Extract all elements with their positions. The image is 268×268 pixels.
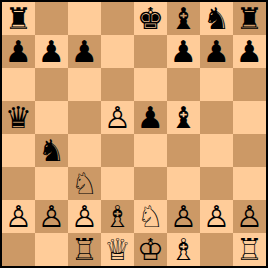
square-e8[interactable]: ♚ bbox=[134, 2, 167, 35]
piece-white-pawn[interactable]: ♙ bbox=[236, 200, 263, 233]
piece-black-rook[interactable]: ♜ bbox=[236, 2, 263, 35]
piece-white-rook[interactable]: ♖ bbox=[71, 233, 98, 266]
square-h7[interactable]: ♟ bbox=[233, 35, 266, 68]
piece-white-pawn[interactable]: ♙ bbox=[71, 200, 98, 233]
square-h3[interactable] bbox=[233, 167, 266, 200]
square-a5[interactable]: ♛ bbox=[2, 101, 35, 134]
square-b3[interactable] bbox=[35, 167, 68, 200]
piece-black-knight[interactable]: ♞ bbox=[38, 134, 65, 167]
square-c7[interactable]: ♟ bbox=[68, 35, 101, 68]
piece-white-pawn[interactable]: ♙ bbox=[5, 200, 32, 233]
square-c8[interactable] bbox=[68, 2, 101, 35]
piece-white-pawn[interactable]: ♙ bbox=[170, 200, 197, 233]
square-e3[interactable] bbox=[134, 167, 167, 200]
square-d5[interactable]: ♙ bbox=[101, 101, 134, 134]
square-f1[interactable]: ♗ bbox=[167, 233, 200, 266]
square-g5[interactable] bbox=[200, 101, 233, 134]
square-f8[interactable]: ♝ bbox=[167, 2, 200, 35]
square-e6[interactable] bbox=[134, 68, 167, 101]
piece-white-pawn[interactable]: ♙ bbox=[38, 200, 65, 233]
piece-white-knight[interactable]: ♘ bbox=[71, 167, 98, 200]
square-d7[interactable] bbox=[101, 35, 134, 68]
square-b7[interactable]: ♟ bbox=[35, 35, 68, 68]
square-b2[interactable]: ♙ bbox=[35, 200, 68, 233]
piece-white-pawn[interactable]: ♙ bbox=[203, 200, 230, 233]
piece-white-bishop[interactable]: ♗ bbox=[104, 200, 131, 233]
piece-black-pawn[interactable]: ♟ bbox=[5, 35, 32, 68]
square-a6[interactable] bbox=[2, 68, 35, 101]
piece-white-queen[interactable]: ♕ bbox=[104, 233, 131, 266]
piece-black-queen[interactable]: ♛ bbox=[5, 101, 32, 134]
square-b4[interactable]: ♞ bbox=[35, 134, 68, 167]
square-e4[interactable] bbox=[134, 134, 167, 167]
square-a7[interactable]: ♟ bbox=[2, 35, 35, 68]
square-f7[interactable]: ♟ bbox=[167, 35, 200, 68]
square-g3[interactable] bbox=[200, 167, 233, 200]
square-e2[interactable]: ♘ bbox=[134, 200, 167, 233]
square-c2[interactable]: ♙ bbox=[68, 200, 101, 233]
square-g2[interactable]: ♙ bbox=[200, 200, 233, 233]
piece-white-knight[interactable]: ♘ bbox=[137, 200, 164, 233]
square-d1[interactable]: ♕ bbox=[101, 233, 134, 266]
piece-black-pawn[interactable]: ♟ bbox=[38, 35, 65, 68]
square-c3[interactable]: ♘ bbox=[68, 167, 101, 200]
square-b8[interactable] bbox=[35, 2, 68, 35]
square-h5[interactable] bbox=[233, 101, 266, 134]
piece-black-rook[interactable]: ♜ bbox=[5, 2, 32, 35]
piece-black-bishop[interactable]: ♝ bbox=[170, 101, 197, 134]
piece-black-king[interactable]: ♚ bbox=[137, 2, 164, 35]
square-a1[interactable] bbox=[2, 233, 35, 266]
square-b5[interactable] bbox=[35, 101, 68, 134]
piece-black-pawn[interactable]: ♟ bbox=[236, 35, 263, 68]
square-e1[interactable]: ♔ bbox=[134, 233, 167, 266]
square-f3[interactable] bbox=[167, 167, 200, 200]
square-g4[interactable] bbox=[200, 134, 233, 167]
square-d8[interactable] bbox=[101, 2, 134, 35]
piece-black-pawn[interactable]: ♟ bbox=[71, 35, 98, 68]
square-f4[interactable] bbox=[167, 134, 200, 167]
piece-black-pawn[interactable]: ♟ bbox=[203, 35, 230, 68]
square-c6[interactable] bbox=[68, 68, 101, 101]
square-a3[interactable] bbox=[2, 167, 35, 200]
square-f2[interactable]: ♙ bbox=[167, 200, 200, 233]
square-d2[interactable]: ♗ bbox=[101, 200, 134, 233]
square-h8[interactable]: ♜ bbox=[233, 2, 266, 35]
square-a4[interactable] bbox=[2, 134, 35, 167]
square-d3[interactable] bbox=[101, 167, 134, 200]
piece-white-pawn[interactable]: ♙ bbox=[104, 101, 131, 134]
square-h4[interactable] bbox=[233, 134, 266, 167]
piece-white-rook[interactable]: ♖ bbox=[236, 233, 263, 266]
square-g6[interactable] bbox=[200, 68, 233, 101]
square-h6[interactable] bbox=[233, 68, 266, 101]
square-c5[interactable] bbox=[68, 101, 101, 134]
square-d4[interactable] bbox=[101, 134, 134, 167]
piece-black-pawn[interactable]: ♟ bbox=[137, 101, 164, 134]
piece-black-bishop[interactable]: ♝ bbox=[170, 2, 197, 35]
chess-board: ♜♚♝♞♜♟♟♟♟♟♟♛♙♟♝♞♘♙♙♙♗♘♙♙♙♖♕♔♗♖ bbox=[0, 0, 268, 268]
square-e5[interactable]: ♟ bbox=[134, 101, 167, 134]
square-h1[interactable]: ♖ bbox=[233, 233, 266, 266]
square-f5[interactable]: ♝ bbox=[167, 101, 200, 134]
square-g7[interactable]: ♟ bbox=[200, 35, 233, 68]
piece-white-bishop[interactable]: ♗ bbox=[170, 233, 197, 266]
piece-white-king[interactable]: ♔ bbox=[137, 233, 164, 266]
square-h2[interactable]: ♙ bbox=[233, 200, 266, 233]
square-d6[interactable] bbox=[101, 68, 134, 101]
square-g8[interactable]: ♞ bbox=[200, 2, 233, 35]
square-c1[interactable]: ♖ bbox=[68, 233, 101, 266]
square-a8[interactable]: ♜ bbox=[2, 2, 35, 35]
square-g1[interactable] bbox=[200, 233, 233, 266]
piece-black-pawn[interactable]: ♟ bbox=[170, 35, 197, 68]
square-b1[interactable] bbox=[35, 233, 68, 266]
piece-black-knight[interactable]: ♞ bbox=[203, 2, 230, 35]
square-e7[interactable] bbox=[134, 35, 167, 68]
square-b6[interactable] bbox=[35, 68, 68, 101]
square-a2[interactable]: ♙ bbox=[2, 200, 35, 233]
square-f6[interactable] bbox=[167, 68, 200, 101]
square-c4[interactable] bbox=[68, 134, 101, 167]
